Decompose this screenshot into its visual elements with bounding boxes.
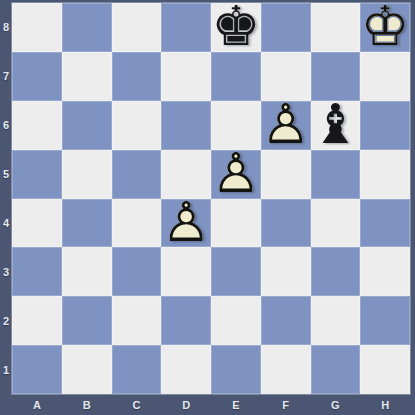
rank-label-8: 8 — [0, 3, 12, 52]
square-b6[interactable] — [62, 101, 112, 150]
rank-label-4: 4 — [0, 199, 12, 248]
black-bishop-fill-glyph: ♝ — [311, 101, 361, 150]
rank-label-5: 5 — [0, 150, 12, 199]
square-b1[interactable] — [62, 345, 112, 394]
square-b8[interactable] — [62, 3, 112, 52]
black-king-fill-glyph: ♚ — [211, 3, 261, 52]
square-e8[interactable]: ♚ — [211, 3, 261, 52]
file-label-c: C — [112, 394, 162, 415]
square-f1[interactable] — [261, 345, 311, 394]
square-g3[interactable] — [311, 247, 361, 296]
square-b7[interactable] — [62, 52, 112, 101]
square-e5[interactable]: ♟♙ — [211, 150, 261, 199]
square-a1[interactable] — [12, 345, 62, 394]
white-pawn-outline-glyph: ♙ — [161, 199, 211, 248]
square-f3[interactable] — [261, 247, 311, 296]
square-b2[interactable] — [62, 296, 112, 345]
square-c3[interactable] — [112, 247, 162, 296]
square-h4[interactable] — [360, 199, 410, 248]
square-c1[interactable] — [112, 345, 162, 394]
piece-white-pawn-f6[interactable]: ♟♙ — [261, 101, 311, 150]
square-e4[interactable] — [211, 199, 261, 248]
rank-label-1: 1 — [0, 345, 12, 394]
file-label-a: A — [12, 394, 62, 415]
square-d4[interactable]: ♟♙ — [161, 199, 211, 248]
square-a2[interactable] — [12, 296, 62, 345]
white-pawn-outline-glyph: ♙ — [261, 101, 311, 150]
square-h7[interactable] — [360, 52, 410, 101]
rank-label-3: 3 — [0, 247, 12, 296]
square-h1[interactable] — [360, 345, 410, 394]
square-e3[interactable] — [211, 247, 261, 296]
square-h5[interactable] — [360, 150, 410, 199]
piece-white-pawn-d4[interactable]: ♟♙ — [161, 199, 211, 248]
square-b5[interactable] — [62, 150, 112, 199]
square-g5[interactable] — [311, 150, 361, 199]
piece-black-king-e8[interactable]: ♚ — [211, 3, 261, 52]
piece-white-king-h8[interactable]: ♚♔ — [360, 3, 410, 52]
square-e1[interactable] — [211, 345, 261, 394]
square-g6[interactable]: ♝ — [311, 101, 361, 150]
square-h6[interactable] — [360, 101, 410, 150]
square-a8[interactable] — [12, 3, 62, 52]
square-d2[interactable] — [161, 296, 211, 345]
square-d6[interactable] — [161, 101, 211, 150]
chess-diagram: 87654321 ♚♚♔♟♙♝♟♙♟♙ ABCDEFGH — [0, 0, 415, 415]
square-f6[interactable]: ♟♙ — [261, 101, 311, 150]
square-g2[interactable] — [311, 296, 361, 345]
square-d1[interactable] — [161, 345, 211, 394]
chess-board: ♚♚♔♟♙♝♟♙♟♙ — [12, 3, 410, 394]
file-label-e: E — [211, 394, 261, 415]
square-g1[interactable] — [311, 345, 361, 394]
rank-label-7: 7 — [0, 52, 12, 101]
square-a5[interactable] — [12, 150, 62, 199]
square-d8[interactable] — [161, 3, 211, 52]
square-d7[interactable] — [161, 52, 211, 101]
file-label-d: D — [161, 394, 211, 415]
file-label-g: G — [311, 394, 361, 415]
rank-labels: 87654321 — [0, 3, 12, 394]
square-c7[interactable] — [112, 52, 162, 101]
square-f4[interactable] — [261, 199, 311, 248]
square-b3[interactable] — [62, 247, 112, 296]
square-d3[interactable] — [161, 247, 211, 296]
piece-white-pawn-e5[interactable]: ♟♙ — [211, 150, 261, 199]
file-label-b: B — [62, 394, 112, 415]
square-g4[interactable] — [311, 199, 361, 248]
file-labels: ABCDEFGH — [12, 394, 410, 415]
square-h2[interactable] — [360, 296, 410, 345]
square-a3[interactable] — [12, 247, 62, 296]
square-a4[interactable] — [12, 199, 62, 248]
square-f8[interactable] — [261, 3, 311, 52]
square-c4[interactable] — [112, 199, 162, 248]
square-a6[interactable] — [12, 101, 62, 150]
white-pawn-outline-glyph: ♙ — [211, 150, 261, 199]
file-label-h: H — [360, 394, 410, 415]
file-label-f: F — [261, 394, 311, 415]
square-c8[interactable] — [112, 3, 162, 52]
square-c5[interactable] — [112, 150, 162, 199]
white-king-outline-glyph: ♔ — [360, 3, 410, 52]
square-g8[interactable] — [311, 3, 361, 52]
rank-label-6: 6 — [0, 101, 12, 150]
square-h3[interactable] — [360, 247, 410, 296]
square-e7[interactable] — [211, 52, 261, 101]
square-c6[interactable] — [112, 101, 162, 150]
square-e2[interactable] — [211, 296, 261, 345]
square-f2[interactable] — [261, 296, 311, 345]
square-h8[interactable]: ♚♔ — [360, 3, 410, 52]
piece-black-bishop-g6[interactable]: ♝ — [311, 101, 361, 150]
square-a7[interactable] — [12, 52, 62, 101]
square-b4[interactable] — [62, 199, 112, 248]
square-f5[interactable] — [261, 150, 311, 199]
rank-label-2: 2 — [0, 296, 12, 345]
square-c2[interactable] — [112, 296, 162, 345]
